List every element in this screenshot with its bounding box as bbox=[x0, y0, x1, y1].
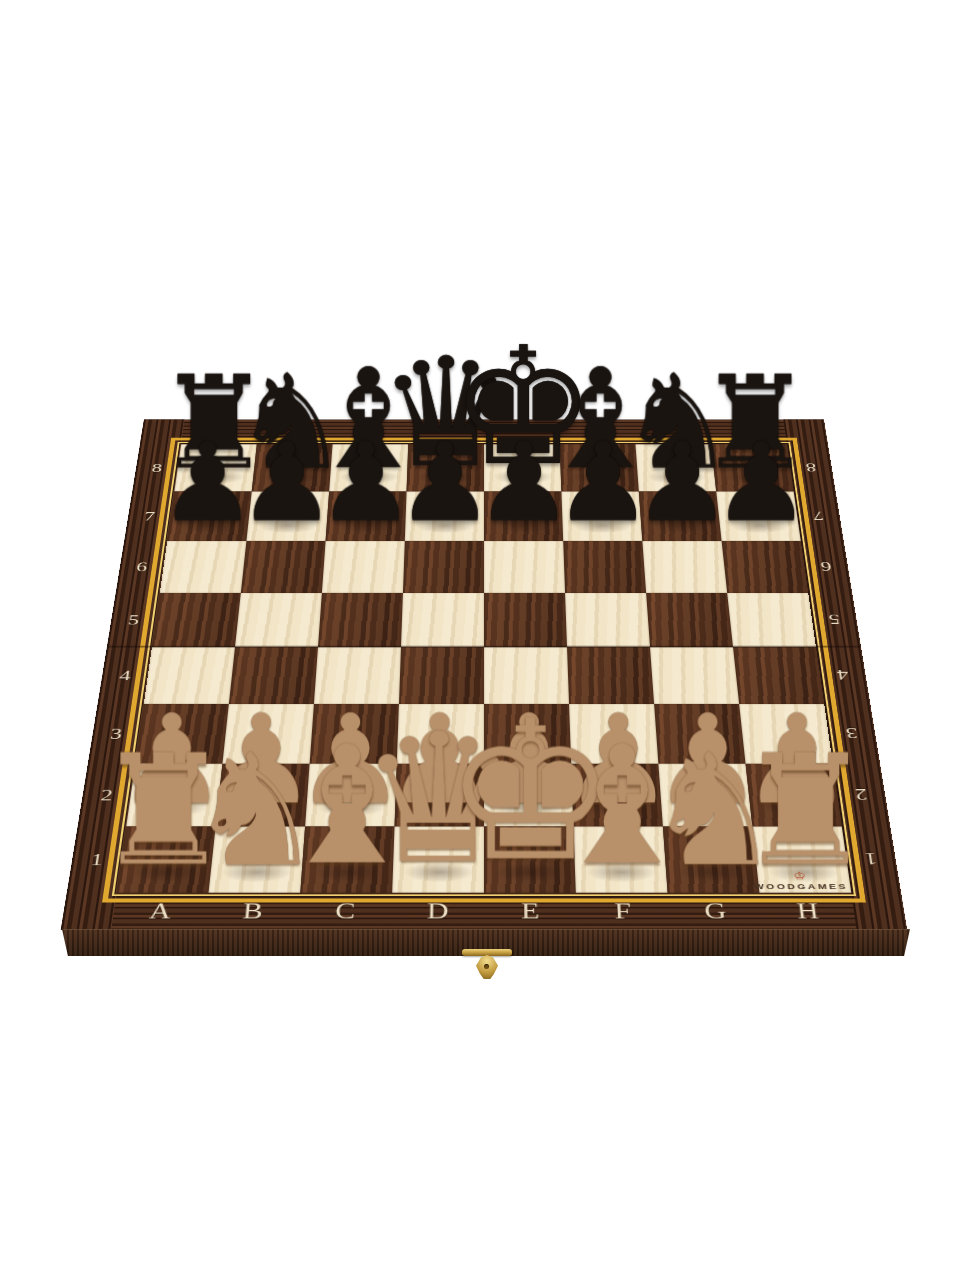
rank-label-right-8: 8 bbox=[787, 444, 836, 491]
square-e6[interactable] bbox=[484, 541, 565, 593]
square-f7[interactable]: ♟ bbox=[561, 492, 642, 541]
squares-grid: ♜♞♝♛♚♝♞♜♟♟♟♟♟♟♟♟♟♟♟♟♟♟♟♟♜♞♝♛♚♝♞♜ bbox=[117, 444, 852, 892]
square-h7[interactable]: ♟ bbox=[716, 492, 801, 541]
rank-label-left-5: 5 bbox=[107, 593, 160, 647]
square-d5[interactable] bbox=[401, 593, 484, 647]
square-c6[interactable] bbox=[322, 541, 405, 593]
file-label-a: A bbox=[111, 893, 208, 930]
square-h6[interactable] bbox=[722, 541, 809, 593]
board-scene: 87654321 87654321 ABCDEFGH ♜♞♝♛♚♝♞♜♟♟♟♟♟… bbox=[107, 270, 861, 1024]
file-label-e: E bbox=[484, 893, 577, 930]
file-label-d: D bbox=[391, 893, 484, 930]
board-frame: 87654321 87654321 ABCDEFGH ♜♞♝♛♚♝♞♜♟♟♟♟♟… bbox=[61, 420, 907, 931]
square-a5[interactable] bbox=[152, 593, 241, 647]
square-a6[interactable] bbox=[160, 541, 247, 593]
square-f5[interactable] bbox=[565, 593, 650, 647]
square-h1[interactable]: ♜ bbox=[752, 827, 851, 893]
square-g7[interactable]: ♟ bbox=[639, 492, 722, 541]
square-g5[interactable] bbox=[646, 593, 733, 647]
square-b6[interactable] bbox=[241, 541, 326, 593]
file-labels-bottom: ABCDEFGH bbox=[111, 893, 856, 930]
square-e7[interactable]: ♟ bbox=[484, 492, 563, 541]
file-label-g: G bbox=[668, 893, 764, 930]
piece-white-rook[interactable]: ♜ bbox=[737, 736, 874, 888]
file-label-f: F bbox=[576, 893, 671, 930]
file-label-c: C bbox=[298, 893, 393, 930]
rank-label-right-6: 6 bbox=[801, 541, 852, 593]
rank-label-right-5: 5 bbox=[808, 593, 861, 647]
clasp-bar bbox=[462, 949, 512, 956]
square-b5[interactable] bbox=[235, 593, 322, 647]
square-c7[interactable]: ♟ bbox=[326, 492, 407, 541]
clasp-shell bbox=[476, 955, 498, 979]
file-label-h: H bbox=[759, 893, 856, 930]
chess-board: 87654321 87654321 ABCDEFGH ♜♞♝♛♚♝♞♜♟♟♟♟♟… bbox=[61, 420, 907, 931]
square-f6[interactable] bbox=[563, 541, 646, 593]
stage: 87654321 87654321 ABCDEFGH ♜♞♝♛♚♝♞♜♟♟♟♟♟… bbox=[0, 0, 960, 1280]
square-c5[interactable] bbox=[318, 593, 403, 647]
square-g6[interactable] bbox=[642, 541, 727, 593]
square-d6[interactable] bbox=[403, 541, 484, 593]
square-d7[interactable]: ♟ bbox=[405, 492, 484, 541]
square-e5[interactable] bbox=[484, 593, 567, 647]
rank-label-right-7: 7 bbox=[794, 492, 844, 541]
square-h5[interactable] bbox=[727, 593, 816, 647]
brass-clasp bbox=[462, 947, 512, 987]
file-label-b: B bbox=[204, 893, 300, 930]
